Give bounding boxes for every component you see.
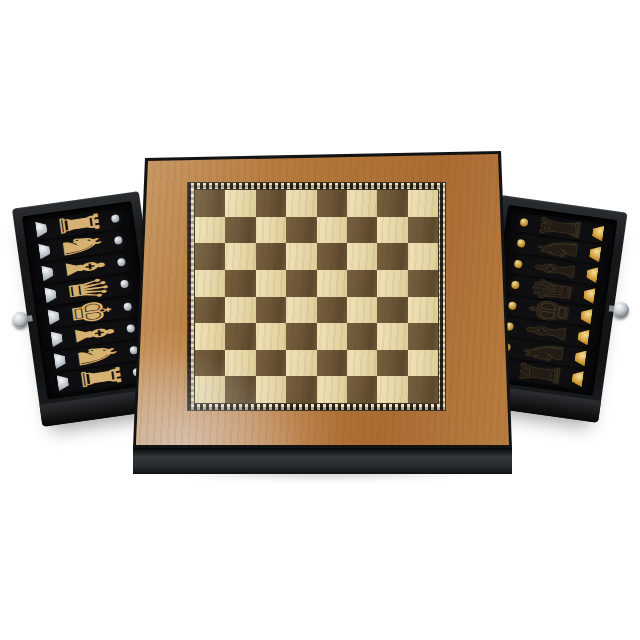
square-f6 xyxy=(347,243,377,270)
square-f4 xyxy=(347,297,377,324)
chess-box-product-photo: ♜♞♝♛♚♝♞♜ ♜♞♝♛♚♝♞♜ xyxy=(0,0,640,640)
square-d5 xyxy=(286,270,316,297)
square-b1 xyxy=(225,376,255,403)
square-g4 xyxy=(377,297,407,324)
square-c7 xyxy=(256,217,286,244)
square-h5 xyxy=(408,270,438,297)
square-c2 xyxy=(256,350,286,377)
box-front-face xyxy=(133,446,512,474)
square-a2 xyxy=(195,350,225,377)
square-d6 xyxy=(286,243,316,270)
square-a1 xyxy=(195,376,225,403)
square-a7 xyxy=(195,217,225,244)
square-b7 xyxy=(225,217,255,244)
gloss-reflection xyxy=(133,150,512,448)
right-drawer-knob-icon xyxy=(612,301,630,319)
square-e1 xyxy=(317,376,347,403)
square-d1 xyxy=(286,376,316,403)
square-d4 xyxy=(286,297,316,324)
square-c6 xyxy=(256,243,286,270)
square-g1 xyxy=(377,376,407,403)
square-e4 xyxy=(317,297,347,324)
wood-frame xyxy=(133,150,512,448)
left-drawer-knob-icon xyxy=(11,311,29,329)
square-b2 xyxy=(225,350,255,377)
square-a4 xyxy=(195,297,225,324)
square-g7 xyxy=(377,217,407,244)
square-c5 xyxy=(256,270,286,297)
square-f5 xyxy=(347,270,377,297)
square-e2 xyxy=(317,350,347,377)
square-e7 xyxy=(317,217,347,244)
square-e8 xyxy=(317,190,347,217)
square-h4 xyxy=(408,297,438,324)
square-f1 xyxy=(347,376,377,403)
square-h8 xyxy=(408,190,438,217)
square-b6 xyxy=(225,243,255,270)
square-f7 xyxy=(347,217,377,244)
square-h1 xyxy=(408,376,438,403)
square-g8 xyxy=(377,190,407,217)
square-d3 xyxy=(286,323,316,350)
square-d2 xyxy=(286,350,316,377)
square-b4 xyxy=(225,297,255,324)
square-a5 xyxy=(195,270,225,297)
square-e6 xyxy=(317,243,347,270)
square-a3 xyxy=(195,323,225,350)
square-g2 xyxy=(377,350,407,377)
white-rook-icon: ♜ xyxy=(83,363,117,391)
square-c8 xyxy=(256,190,286,217)
square-h2 xyxy=(408,350,438,377)
square-f2 xyxy=(347,350,377,377)
square-g5 xyxy=(377,270,407,297)
square-f3 xyxy=(347,323,377,350)
square-d8 xyxy=(286,190,316,217)
square-h3 xyxy=(408,323,438,350)
square-e3 xyxy=(317,323,347,350)
square-c4 xyxy=(256,297,286,324)
chess-board xyxy=(194,189,439,404)
board-box-top xyxy=(133,150,512,448)
square-f8 xyxy=(347,190,377,217)
square-d7 xyxy=(286,217,316,244)
square-a6 xyxy=(195,243,225,270)
square-a8 xyxy=(195,190,225,217)
square-h6 xyxy=(408,243,438,270)
square-c1 xyxy=(256,376,286,403)
inlay-border xyxy=(187,182,446,411)
square-g6 xyxy=(377,243,407,270)
black-rook-icon: ♜ xyxy=(523,359,557,387)
square-b5 xyxy=(225,270,255,297)
square-g3 xyxy=(377,323,407,350)
square-h7 xyxy=(408,217,438,244)
square-c3 xyxy=(256,323,286,350)
square-e5 xyxy=(317,270,347,297)
square-b8 xyxy=(225,190,255,217)
square-b3 xyxy=(225,323,255,350)
